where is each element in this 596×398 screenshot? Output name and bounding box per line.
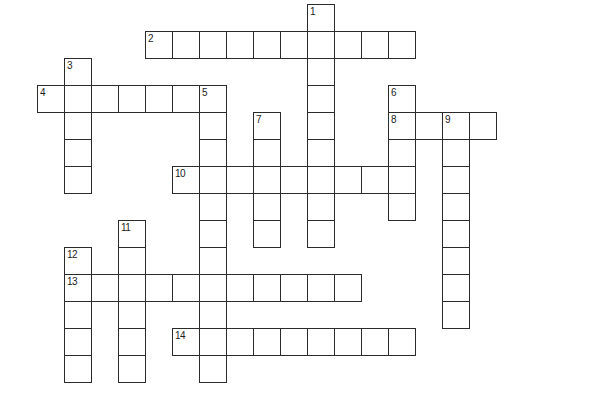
crossword-cell[interactable]	[199, 112, 227, 140]
crossword-cell[interactable]	[307, 193, 335, 221]
crossword-cell[interactable]	[118, 355, 146, 383]
crossword-cell[interactable]	[199, 166, 227, 194]
crossword-cell[interactable]: 6	[388, 85, 416, 113]
crossword-cell[interactable]	[226, 328, 254, 356]
crossword-board: 1234567891011121314	[37, 4, 497, 383]
crossword-cell[interactable]	[199, 328, 227, 356]
crossword-cell[interactable]	[307, 166, 335, 194]
crossword-puzzle-canvas: 1234567891011121314	[0, 0, 596, 398]
crossword-cell[interactable]	[172, 274, 200, 302]
clue-number: 14	[175, 330, 185, 341]
crossword-cell[interactable]	[388, 31, 416, 59]
crossword-cell[interactable]	[64, 139, 92, 167]
crossword-cell[interactable]	[199, 31, 227, 59]
crossword-cell[interactable]	[172, 85, 200, 113]
crossword-cell[interactable]	[226, 31, 254, 59]
crossword-cell[interactable]	[280, 166, 308, 194]
crossword-cell[interactable]	[361, 328, 389, 356]
crossword-cell[interactable]	[64, 166, 92, 194]
crossword-cell[interactable]: 11	[118, 220, 146, 248]
crossword-cell[interactable]	[199, 139, 227, 167]
crossword-cell[interactable]	[253, 139, 281, 167]
crossword-cell[interactable]	[442, 274, 470, 302]
crossword-cell[interactable]: 4	[37, 85, 65, 113]
crossword-cell[interactable]	[199, 355, 227, 383]
crossword-cell[interactable]	[442, 220, 470, 248]
crossword-cell[interactable]	[307, 58, 335, 86]
crossword-cell[interactable]	[64, 112, 92, 140]
crossword-cell[interactable]: 7	[253, 112, 281, 140]
crossword-cell[interactable]	[91, 274, 119, 302]
crossword-cell[interactable]	[388, 139, 416, 167]
crossword-cell[interactable]	[388, 328, 416, 356]
crossword-cell[interactable]	[118, 85, 146, 113]
crossword-cell[interactable]	[226, 166, 254, 194]
crossword-cell[interactable]	[442, 193, 470, 221]
clue-number: 7	[256, 114, 261, 125]
clue-number: 3	[67, 60, 72, 71]
crossword-cell[interactable]: 9	[442, 112, 470, 140]
clue-number: 4	[40, 87, 45, 98]
crossword-cell[interactable]: 14	[172, 328, 200, 356]
crossword-cell[interactable]	[199, 247, 227, 275]
crossword-cell[interactable]	[253, 220, 281, 248]
crossword-cell[interactable]: 1	[307, 4, 335, 32]
crossword-cell[interactable]	[307, 220, 335, 248]
crossword-cell[interactable]	[469, 112, 497, 140]
crossword-cell[interactable]	[415, 112, 443, 140]
clue-number: 6	[391, 87, 396, 98]
crossword-cell[interactable]	[334, 166, 362, 194]
clue-number: 5	[202, 87, 207, 98]
crossword-cell[interactable]	[334, 31, 362, 59]
crossword-cell[interactable]	[118, 301, 146, 329]
crossword-cell[interactable]	[307, 328, 335, 356]
crossword-cell[interactable]	[64, 355, 92, 383]
crossword-cell[interactable]	[118, 274, 146, 302]
crossword-cell[interactable]	[388, 193, 416, 221]
crossword-cell[interactable]	[280, 31, 308, 59]
crossword-cell[interactable]	[442, 139, 470, 167]
crossword-cell[interactable]: 2	[145, 31, 173, 59]
crossword-cell[interactable]	[64, 328, 92, 356]
crossword-cell[interactable]	[199, 274, 227, 302]
clue-number: 10	[175, 168, 185, 179]
crossword-cell[interactable]: 10	[172, 166, 200, 194]
clue-number: 8	[391, 114, 396, 125]
crossword-cell[interactable]: 12	[64, 247, 92, 275]
clue-number: 9	[445, 114, 450, 125]
clue-number: 12	[67, 249, 77, 260]
crossword-cell[interactable]	[118, 328, 146, 356]
crossword-cell[interactable]	[253, 166, 281, 194]
crossword-cell[interactable]	[442, 166, 470, 194]
crossword-cell[interactable]	[253, 193, 281, 221]
crossword-cell[interactable]	[307, 274, 335, 302]
crossword-cell[interactable]	[91, 85, 119, 113]
crossword-cell[interactable]	[145, 274, 173, 302]
crossword-cell[interactable]	[307, 31, 335, 59]
clue-number: 11	[121, 222, 130, 233]
crossword-cell[interactable]	[64, 85, 92, 113]
crossword-cell[interactable]	[361, 166, 389, 194]
crossword-cell[interactable]	[442, 301, 470, 329]
crossword-cell[interactable]	[280, 274, 308, 302]
crossword-cell[interactable]: 13	[64, 274, 92, 302]
crossword-cell[interactable]	[199, 301, 227, 329]
crossword-cell[interactable]	[253, 31, 281, 59]
clue-number: 2	[148, 33, 153, 44]
crossword-cell[interactable]	[307, 112, 335, 140]
crossword-cell[interactable]	[442, 247, 470, 275]
clue-number: 13	[67, 276, 77, 287]
crossword-cell[interactable]	[334, 328, 362, 356]
crossword-cell[interactable]	[307, 85, 335, 113]
crossword-cell[interactable]	[226, 274, 254, 302]
crossword-cell[interactable]	[388, 166, 416, 194]
crossword-cell[interactable]	[361, 31, 389, 59]
crossword-cell[interactable]	[280, 328, 308, 356]
crossword-cell[interactable]: 5	[199, 85, 227, 113]
crossword-cell[interactable]	[253, 328, 281, 356]
clue-number: 1	[310, 6, 315, 17]
crossword-cell[interactable]	[307, 139, 335, 167]
crossword-cell[interactable]: 8	[388, 112, 416, 140]
crossword-cell[interactable]	[118, 247, 146, 275]
crossword-cell[interactable]: 3	[64, 58, 92, 86]
crossword-cell[interactable]	[199, 220, 227, 248]
crossword-cell[interactable]	[145, 85, 173, 113]
crossword-cell[interactable]	[334, 274, 362, 302]
crossword-cell[interactable]	[172, 31, 200, 59]
crossword-cell[interactable]	[199, 193, 227, 221]
crossword-cell[interactable]	[64, 301, 92, 329]
crossword-cell[interactable]	[253, 274, 281, 302]
